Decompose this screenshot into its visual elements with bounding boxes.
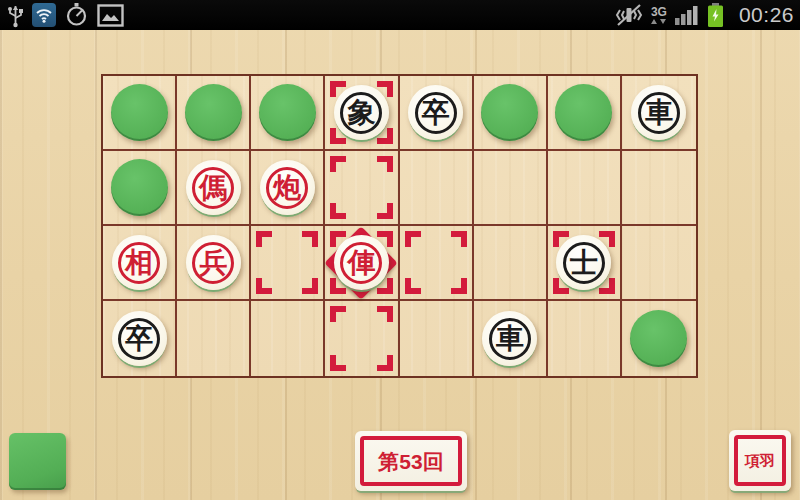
board: 象卒車傌炮相兵俥士卒車 xyxy=(101,74,698,378)
board-cell-r1c1[interactable] xyxy=(103,76,177,151)
gallery-icon xyxy=(97,4,124,27)
face-down-piece xyxy=(111,84,168,141)
board-cell-r1c4[interactable]: 象 xyxy=(325,76,399,151)
statusbar-left-icons xyxy=(7,2,124,28)
red-piece-炮: 炮 xyxy=(260,160,315,215)
board-cell-r4c3[interactable] xyxy=(251,301,325,376)
red-piece-相: 相 xyxy=(112,235,167,290)
black-piece-象: 象 xyxy=(334,85,389,140)
board-cell-r2c6[interactable] xyxy=(474,151,548,226)
board-cell-r2c3[interactable]: 炮 xyxy=(251,151,325,226)
usb-icon xyxy=(7,3,24,28)
player-name-button[interactable]: 項羽 xyxy=(729,430,791,491)
board-cell-r4c1[interactable]: 卒 xyxy=(103,301,177,376)
face-down-piece xyxy=(185,84,242,141)
statusbar-right-icons: 3G 00:26 xyxy=(614,2,794,28)
board-cell-r3c8[interactable] xyxy=(622,226,696,301)
board-cell-r4c5[interactable] xyxy=(400,301,474,376)
network-type-label: 3G xyxy=(651,6,667,18)
board-cell-r2c2[interactable]: 傌 xyxy=(177,151,251,226)
face-down-piece xyxy=(630,310,687,367)
board-cell-r3c6[interactable] xyxy=(474,226,548,301)
board-cell-r2c8[interactable] xyxy=(622,151,696,226)
board-cell-r4c7[interactable] xyxy=(548,301,622,376)
board-cell-r3c2[interactable]: 兵 xyxy=(177,226,251,301)
vibrate-icon xyxy=(614,4,644,26)
move-highlight-brackets xyxy=(405,231,467,294)
board-cell-r3c5[interactable] xyxy=(400,226,474,301)
black-piece-士: 士 xyxy=(556,235,611,290)
red-piece-俥: 俥 xyxy=(334,235,389,290)
black-piece-卒: 卒 xyxy=(408,85,463,140)
battery-charging-icon xyxy=(707,2,724,28)
board-cell-r3c3[interactable] xyxy=(251,226,325,301)
board-cell-r1c7[interactable] xyxy=(548,76,622,151)
board-cell-r4c4[interactable] xyxy=(325,301,399,376)
signal-bars-icon xyxy=(674,4,700,26)
black-piece-車: 車 xyxy=(631,85,686,140)
move-highlight-brackets xyxy=(330,306,392,371)
data-activity-arrows xyxy=(651,19,666,24)
round-counter-button[interactable]: 第53回 xyxy=(355,431,467,491)
round-counter-label: 第53回 xyxy=(360,436,462,486)
red-piece-傌: 傌 xyxy=(186,160,241,215)
player-name-label: 項羽 xyxy=(734,435,786,486)
face-down-piece xyxy=(555,84,612,141)
board-cell-r2c4[interactable] xyxy=(325,151,399,226)
red-piece-兵: 兵 xyxy=(186,235,241,290)
board-cell-r2c7[interactable] xyxy=(548,151,622,226)
network-type-indicator: 3G xyxy=(651,6,667,24)
face-down-piece xyxy=(259,84,316,141)
wifi-notification-icon xyxy=(32,3,56,27)
board-cell-r1c3[interactable] xyxy=(251,76,325,151)
board-cell-r4c8[interactable] xyxy=(622,301,696,376)
face-down-piece xyxy=(111,159,168,216)
android-status-bar[interactable]: 3G 00:26 xyxy=(0,0,800,30)
move-highlight-brackets xyxy=(330,156,392,219)
board-cell-r1c2[interactable] xyxy=(177,76,251,151)
board-cell-r2c1[interactable] xyxy=(103,151,177,226)
board-cell-r1c8[interactable]: 車 xyxy=(622,76,696,151)
board-cell-r3c7[interactable]: 士 xyxy=(548,226,622,301)
face-down-piece xyxy=(481,84,538,141)
stopwatch-icon xyxy=(64,2,89,28)
turn-indicator-green-square xyxy=(9,433,66,490)
board-cell-r3c1[interactable]: 相 xyxy=(103,226,177,301)
board-cell-r3c4[interactable]: 俥 xyxy=(325,226,399,301)
board-cell-r4c2[interactable] xyxy=(177,301,251,376)
move-highlight-brackets xyxy=(256,231,318,294)
board-cell-r2c5[interactable] xyxy=(400,151,474,226)
clock: 00:26 xyxy=(739,3,794,27)
black-piece-車: 車 xyxy=(482,311,537,366)
board-cell-r4c6[interactable]: 車 xyxy=(474,301,548,376)
board-cell-r1c6[interactable] xyxy=(474,76,548,151)
black-piece-卒: 卒 xyxy=(112,311,167,366)
board-cell-r1c5[interactable]: 卒 xyxy=(400,76,474,151)
